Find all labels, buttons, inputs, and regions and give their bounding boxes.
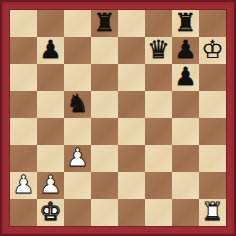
square-d4[interactable] [91, 118, 118, 145]
square-e2[interactable] [118, 172, 145, 199]
square-d8[interactable]: ♜ [91, 10, 118, 37]
square-h4[interactable] [199, 118, 226, 145]
white-rook[interactable]: ♜ [201, 198, 223, 225]
square-h7[interactable]: ♔ [199, 37, 226, 64]
square-c1[interactable] [64, 199, 91, 226]
white-king[interactable]: ♚ [39, 198, 61, 225]
black-knight[interactable]: ♞ [66, 90, 88, 117]
square-b1[interactable]: ♚ [37, 199, 64, 226]
square-f4[interactable] [145, 118, 172, 145]
square-f6[interactable] [145, 64, 172, 91]
square-h8[interactable] [199, 10, 226, 37]
square-c2[interactable] [64, 172, 91, 199]
white-pawn[interactable]: ♟ [66, 144, 88, 171]
square-d6[interactable] [91, 64, 118, 91]
square-h2[interactable] [199, 172, 226, 199]
black-king[interactable]: ♔ [201, 36, 223, 63]
square-b5[interactable] [37, 91, 64, 118]
square-h5[interactable] [199, 91, 226, 118]
square-a1[interactable] [10, 199, 37, 226]
square-b2[interactable]: ♟ [37, 172, 64, 199]
white-pawn[interactable]: ♟ [12, 171, 34, 198]
square-f2[interactable] [145, 172, 172, 199]
black-pawn[interactable]: ♟ [39, 36, 61, 63]
square-e8[interactable] [118, 10, 145, 37]
square-g6[interactable]: ♟ [172, 64, 199, 91]
square-c4[interactable] [64, 118, 91, 145]
square-c7[interactable] [64, 37, 91, 64]
square-b3[interactable] [37, 145, 64, 172]
square-f5[interactable] [145, 91, 172, 118]
square-a6[interactable] [10, 64, 37, 91]
black-queen[interactable]: ♛ [147, 36, 169, 63]
black-rook[interactable]: ♜ [93, 9, 115, 36]
square-e7[interactable] [118, 37, 145, 64]
square-f3[interactable] [145, 145, 172, 172]
square-g7[interactable]: ♟ [172, 37, 199, 64]
square-c5[interactable]: ♞ [64, 91, 91, 118]
square-e1[interactable] [118, 199, 145, 226]
square-f1[interactable] [145, 199, 172, 226]
square-e4[interactable] [118, 118, 145, 145]
square-c3[interactable]: ♟ [64, 145, 91, 172]
square-e5[interactable] [118, 91, 145, 118]
square-c8[interactable] [64, 10, 91, 37]
square-b7[interactable]: ♟ [37, 37, 64, 64]
white-pawn[interactable]: ♟ [39, 171, 61, 198]
square-h6[interactable] [199, 64, 226, 91]
black-pawn[interactable]: ♟ [174, 63, 196, 90]
square-g8[interactable]: ♜ [172, 10, 199, 37]
board-frame: ♜♜♟♛♟♔♟♞♟♟♟♚♜ [0, 0, 236, 236]
square-d1[interactable] [91, 199, 118, 226]
square-a8[interactable] [10, 10, 37, 37]
square-f8[interactable] [145, 10, 172, 37]
square-h3[interactable] [199, 145, 226, 172]
square-d2[interactable] [91, 172, 118, 199]
square-d7[interactable] [91, 37, 118, 64]
square-b8[interactable] [37, 10, 64, 37]
square-b4[interactable] [37, 118, 64, 145]
square-b6[interactable] [37, 64, 64, 91]
square-e3[interactable] [118, 145, 145, 172]
black-pawn[interactable]: ♟ [174, 36, 196, 63]
square-a4[interactable] [10, 118, 37, 145]
square-g4[interactable] [172, 118, 199, 145]
square-f7[interactable]: ♛ [145, 37, 172, 64]
square-c6[interactable] [64, 64, 91, 91]
square-g2[interactable] [172, 172, 199, 199]
square-a2[interactable]: ♟ [10, 172, 37, 199]
square-g1[interactable] [172, 199, 199, 226]
square-d5[interactable] [91, 91, 118, 118]
square-g3[interactable] [172, 145, 199, 172]
chess-board: ♜♜♟♛♟♔♟♞♟♟♟♚♜ [10, 10, 226, 226]
square-a7[interactable] [10, 37, 37, 64]
square-h1[interactable]: ♜ [199, 199, 226, 226]
black-rook[interactable]: ♜ [174, 9, 196, 36]
square-d3[interactable] [91, 145, 118, 172]
square-g5[interactable] [172, 91, 199, 118]
square-e6[interactable] [118, 64, 145, 91]
square-a5[interactable] [10, 91, 37, 118]
square-a3[interactable] [10, 145, 37, 172]
